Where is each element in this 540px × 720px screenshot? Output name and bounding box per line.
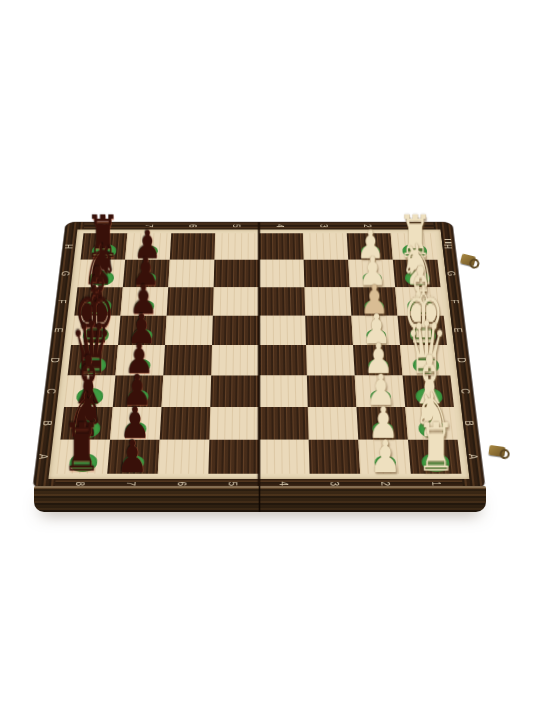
square-b6[interactable] bbox=[160, 407, 211, 440]
coord-right-H: H bbox=[426, 243, 471, 250]
coord-top-8: 8 bbox=[99, 213, 114, 239]
square-c6[interactable] bbox=[162, 375, 212, 407]
square-a8[interactable]: ♜ bbox=[57, 440, 110, 474]
square-g4[interactable] bbox=[259, 260, 304, 287]
coord-top-6: 6 bbox=[187, 213, 200, 239]
coord-left-H: H bbox=[47, 243, 92, 250]
coord-top-2: 2 bbox=[361, 213, 375, 239]
square-c3[interactable] bbox=[307, 375, 357, 407]
square-a5[interactable] bbox=[208, 440, 259, 474]
piece-white-rook-a1[interactable]: ♜ bbox=[411, 414, 462, 481]
square-b4[interactable] bbox=[259, 407, 309, 440]
square-a4[interactable] bbox=[259, 440, 310, 474]
square-a1[interactable]: ♜ bbox=[408, 440, 461, 474]
square-a3[interactable] bbox=[309, 440, 361, 474]
clasp-hook-lower bbox=[488, 445, 505, 457]
coord-top-4: 4 bbox=[275, 213, 287, 239]
square-a7[interactable]: ♟ bbox=[107, 440, 160, 474]
piece-white-pawn-a2[interactable]: ♟ bbox=[360, 434, 411, 478]
piece-black-rook-a8[interactable]: ♜ bbox=[57, 414, 108, 481]
coord-top-1: 1 bbox=[405, 213, 420, 239]
square-d3[interactable] bbox=[306, 345, 355, 375]
coord-top-3: 3 bbox=[318, 213, 331, 239]
square-c5[interactable] bbox=[210, 375, 259, 407]
square-b5[interactable] bbox=[209, 407, 259, 440]
square-f5[interactable] bbox=[213, 287, 259, 315]
square-f6[interactable] bbox=[167, 287, 214, 315]
square-a2[interactable]: ♟ bbox=[358, 440, 411, 474]
board-front-edge bbox=[34, 486, 486, 512]
square-g3[interactable] bbox=[304, 260, 350, 287]
square-d4[interactable] bbox=[259, 345, 307, 375]
coord-top-7: 7 bbox=[143, 213, 157, 239]
square-g6[interactable] bbox=[168, 260, 214, 287]
square-e3[interactable] bbox=[305, 316, 353, 345]
square-e6[interactable] bbox=[165, 316, 213, 345]
photo-canvas: ♜♟♟♜♞♟♟♞♝♟♟♝♚♟♟♚♛♟♟♛♝♟♟♝♞♟♟♞♜♟♟♜ 8765432… bbox=[0, 0, 540, 720]
square-f4[interactable] bbox=[259, 287, 305, 315]
square-a6[interactable] bbox=[158, 440, 210, 474]
square-f3[interactable] bbox=[304, 287, 351, 315]
square-e4[interactable] bbox=[259, 316, 306, 345]
coord-top-5: 5 bbox=[231, 213, 243, 239]
chess-board: ♜♟♟♜♞♟♟♞♝♟♟♝♚♟♟♚♛♟♟♛♝♟♟♝♞♟♟♞♜♟♟♜ 8765432… bbox=[33, 222, 485, 488]
square-g5[interactable] bbox=[214, 260, 259, 287]
square-e5[interactable] bbox=[212, 316, 259, 345]
square-d5[interactable] bbox=[211, 345, 259, 375]
piece-black-pawn-a7[interactable]: ♟ bbox=[107, 434, 158, 478]
square-d6[interactable] bbox=[163, 345, 212, 375]
square-c4[interactable] bbox=[259, 375, 308, 407]
square-b3[interactable] bbox=[308, 407, 359, 440]
